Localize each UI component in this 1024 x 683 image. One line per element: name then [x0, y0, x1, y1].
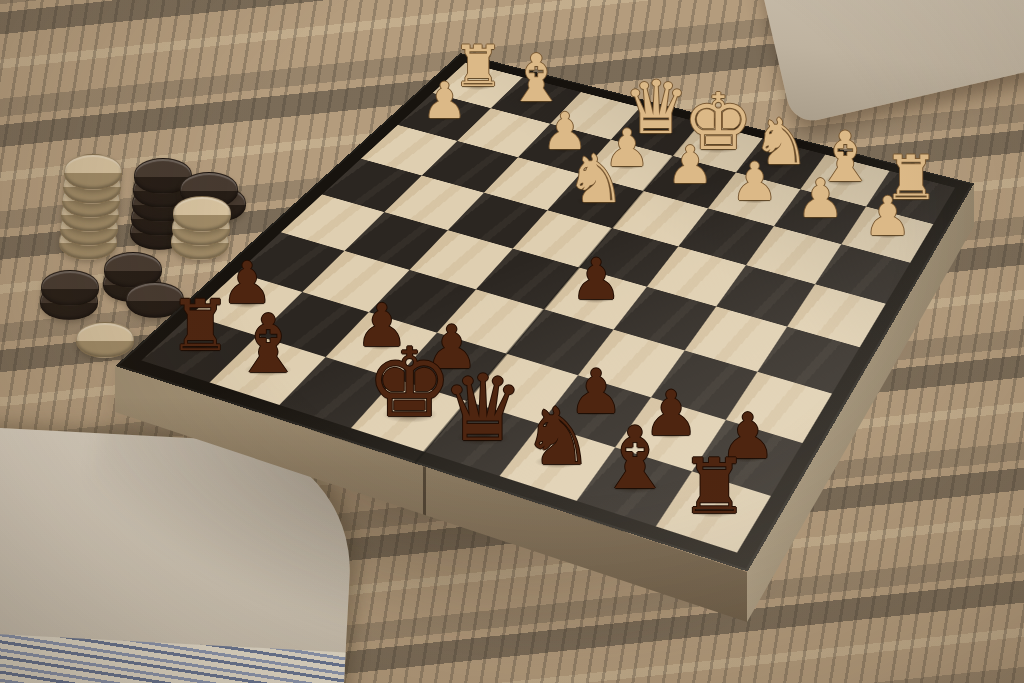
white-pawn-e2[interactable]: ♟ [667, 139, 714, 191]
black-pawn-e5[interactable]: ♟ [570, 251, 621, 308]
black-knight-f8[interactable]: ♞ [522, 396, 593, 475]
white-pawn-h2[interactable]: ♟ [864, 190, 912, 244]
dark-checker-disc[interactable] [41, 270, 99, 306]
light-checker-disc[interactable] [64, 154, 122, 190]
black-bishop-g8[interactable]: ♝ [597, 416, 674, 502]
black-king-d8[interactable]: ♚ [367, 336, 453, 432]
light-checker-disc[interactable] [173, 196, 231, 232]
light-checker-disc[interactable] [76, 322, 134, 358]
white-knight-d3[interactable]: ♞ [566, 146, 626, 212]
white-pawn-f2[interactable]: ♟ [731, 155, 778, 208]
white-pawn-g2[interactable]: ♟ [797, 172, 845, 225]
black-rook-a8[interactable]: ♜ [169, 291, 232, 361]
board-box-fold-seam [423, 465, 426, 519]
black-bishop-b8[interactable]: ♝ [232, 303, 304, 384]
scene: ♜♝♟♛♚♟♞♟♝♟♜♟♞♟♟♟♟♟♜♟♝♟♚♟♛♟♞♝♜ chess [0, 0, 1024, 683]
black-rook-h8[interactable]: ♜ [680, 449, 748, 525]
black-queen-e8[interactable]: ♛ [442, 363, 524, 455]
white-pawn-a2[interactable]: ♟ [422, 75, 467, 125]
